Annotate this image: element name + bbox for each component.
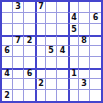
cell-r8c8-given[interactable]: 3: [79, 79, 90, 90]
cell-r6c3-empty[interactable]: [24, 57, 35, 68]
cell-r4c2-given[interactable]: 7: [13, 35, 24, 46]
cell-r9c6-empty[interactable]: [57, 90, 68, 101]
cell-r5c9-empty[interactable]: [90, 46, 101, 57]
cell-r4c4-empty[interactable]: [35, 35, 46, 46]
cell-r7c7-given[interactable]: 1: [68, 68, 79, 79]
cell-r9c7-empty[interactable]: [68, 90, 79, 101]
cell-r2c8-empty[interactable]: [79, 13, 90, 24]
cell-r1c5-empty[interactable]: [46, 2, 57, 13]
cell-r1c2-given[interactable]: 3: [13, 2, 24, 13]
cell-r9c2-empty[interactable]: [13, 90, 24, 101]
cell-r7c1-given[interactable]: 4: [2, 68, 13, 79]
cell-r1c6-empty[interactable]: [57, 2, 68, 13]
cell-r6c5-empty[interactable]: [46, 57, 57, 68]
cell-r2c1-empty[interactable]: [2, 13, 13, 24]
cell-r5c6-given[interactable]: 4: [57, 46, 68, 57]
cell-r6c9-empty[interactable]: [90, 57, 101, 68]
cell-r4c5-empty[interactable]: [46, 35, 57, 46]
cell-r3c2-empty[interactable]: [13, 24, 24, 35]
cell-r6c1-empty[interactable]: [2, 57, 13, 68]
cell-r5c4-empty[interactable]: [35, 46, 46, 57]
cell-r9c9-empty[interactable]: [90, 90, 101, 101]
cell-r1c4-given[interactable]: 7: [35, 2, 46, 13]
cell-r7c2-empty[interactable]: [13, 68, 24, 79]
cell-r7c3-given[interactable]: 6: [24, 68, 35, 79]
cell-r8c4-given[interactable]: 2: [35, 79, 46, 90]
cell-r2c3-empty[interactable]: [24, 13, 35, 24]
cell-r5c5-given[interactable]: 5: [46, 46, 57, 57]
cell-r5c1-given[interactable]: 6: [2, 46, 13, 57]
cell-r4c7-empty[interactable]: [68, 35, 79, 46]
cell-r1c3-empty[interactable]: [24, 2, 35, 13]
cell-r4c6-empty[interactable]: [57, 35, 68, 46]
cell-r1c9-empty[interactable]: [90, 2, 101, 13]
cell-r6c7-empty[interactable]: [68, 57, 79, 68]
cell-r6c4-empty[interactable]: [35, 57, 46, 68]
cell-r2c9-given[interactable]: 6: [90, 13, 101, 24]
cell-r8c3-empty[interactable]: [24, 79, 35, 90]
cell-r4c3-given[interactable]: 2: [24, 35, 35, 46]
cell-r8c1-empty[interactable]: [2, 79, 13, 90]
cell-r7c4-empty[interactable]: [35, 68, 46, 79]
cell-r6c6-empty[interactable]: [57, 57, 68, 68]
cell-r2c2-empty[interactable]: [13, 13, 24, 24]
cell-r4c9-empty[interactable]: [90, 35, 101, 46]
cell-r9c1-given[interactable]: 2: [2, 90, 13, 101]
cell-r5c8-empty[interactable]: [79, 46, 90, 57]
cell-r9c3-empty[interactable]: [24, 90, 35, 101]
cell-r3c5-empty[interactable]: [46, 24, 57, 35]
cell-r2c6-empty[interactable]: [57, 13, 68, 24]
cell-r2c7-given[interactable]: 4: [68, 13, 79, 24]
cell-r3c8-empty[interactable]: [79, 24, 90, 35]
cell-r4c8-given[interactable]: 8: [79, 35, 90, 46]
cell-r8c2-empty[interactable]: [13, 79, 24, 90]
cell-r9c8-empty[interactable]: [79, 90, 90, 101]
sudoku-board: 37465728654461232: [0, 0, 103, 103]
cell-r9c5-empty[interactable]: [46, 90, 57, 101]
cell-r3c6-empty[interactable]: [57, 24, 68, 35]
cell-r7c9-empty[interactable]: [90, 68, 101, 79]
cell-r1c1-empty[interactable]: [2, 2, 13, 13]
cell-r2c5-empty[interactable]: [46, 13, 57, 24]
cell-r6c8-empty[interactable]: [79, 57, 90, 68]
cell-r7c6-empty[interactable]: [57, 68, 68, 79]
cell-r3c4-empty[interactable]: [35, 24, 46, 35]
cell-r5c2-empty[interactable]: [13, 46, 24, 57]
cell-r2c4-empty[interactable]: [35, 13, 46, 24]
cell-r1c7-empty[interactable]: [68, 2, 79, 13]
cell-r9c4-empty[interactable]: [35, 90, 46, 101]
cell-r6c2-empty[interactable]: [13, 57, 24, 68]
cell-r3c3-empty[interactable]: [24, 24, 35, 35]
cell-r3c7-given[interactable]: 5: [68, 24, 79, 35]
cell-r8c6-empty[interactable]: [57, 79, 68, 90]
cell-r7c8-empty[interactable]: [79, 68, 90, 79]
cell-r3c9-empty[interactable]: [90, 24, 101, 35]
cell-r5c7-empty[interactable]: [68, 46, 79, 57]
cell-r7c5-empty[interactable]: [46, 68, 57, 79]
cell-r4c1-empty[interactable]: [2, 35, 13, 46]
cell-r3c1-empty[interactable]: [2, 24, 13, 35]
cell-r8c5-empty[interactable]: [46, 79, 57, 90]
cell-r5c3-empty[interactable]: [24, 46, 35, 57]
cell-r8c9-empty[interactable]: [90, 79, 101, 90]
cell-r1c8-empty[interactable]: [79, 2, 90, 13]
cell-r8c7-empty[interactable]: [68, 79, 79, 90]
